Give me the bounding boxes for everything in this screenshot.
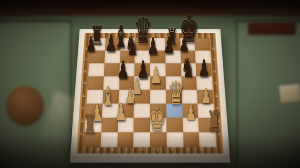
black-pawn-h5[interactable]: ♟: [198, 56, 210, 79]
white-pawn-g2[interactable]: ♟: [185, 102, 196, 124]
white-queen-f3[interactable]: ♛: [168, 77, 185, 109]
white-rook-a1[interactable]: ♜: [83, 112, 97, 139]
white-pawn-b2[interactable]: ♟: [115, 100, 127, 123]
pieces-layer: ♜♝♛♜♚♟♟♞♟♟♟♟♟♞♟♟♟♝♟♛♟♟♟♟♜♚♜: [0, 0, 300, 168]
white-pawn-e4[interactable]: ♟: [150, 63, 162, 86]
game-scene: ABCDEFGH ABCDEFGH 12345678 12345678 ♜♝♛♜…: [0, 0, 300, 168]
black-pawn-c5[interactable]: ♟: [117, 57, 130, 81]
white-rook-h1[interactable]: ♜: [207, 108, 222, 136]
black-pawn-a7[interactable]: ♟: [86, 35, 97, 55]
white-king-e1[interactable]: ♚: [148, 102, 165, 135]
black-pawn-f7[interactable]: ♟: [163, 33, 175, 56]
white-bishop-b3[interactable]: ♝: [101, 83, 114, 109]
black-pawn-b7[interactable]: ♟: [105, 31, 117, 54]
